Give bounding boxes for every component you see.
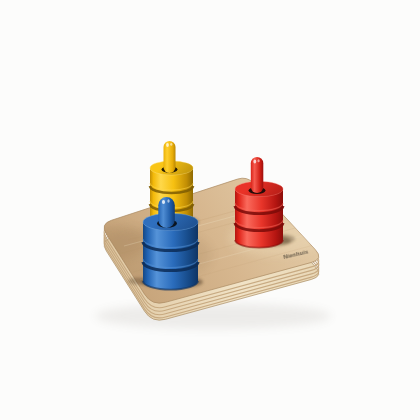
peg-highlight xyxy=(162,200,165,204)
red-discs-body xyxy=(235,189,283,248)
blue-peg xyxy=(158,197,175,228)
peg-highlight xyxy=(170,143,172,146)
yellow-peg xyxy=(164,141,176,173)
scene-svg: Nienhuis xyxy=(0,0,420,420)
peg-highlight xyxy=(166,143,169,147)
peg-highlight xyxy=(258,159,260,162)
board-drop-shadow xyxy=(95,303,331,329)
blue-discs-body xyxy=(143,222,198,290)
red-peg xyxy=(251,157,263,193)
peg-highlight xyxy=(167,199,169,202)
peg-highlight xyxy=(253,160,256,164)
product-photo: Nienhuis xyxy=(0,0,420,420)
